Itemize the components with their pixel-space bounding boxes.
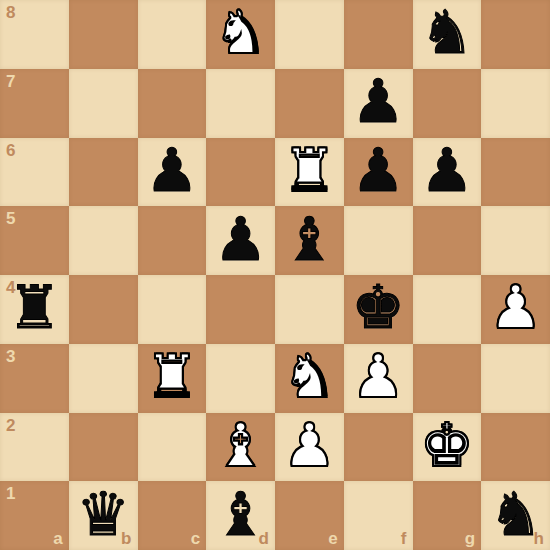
white-bishop-icon[interactable]: ♝	[214, 415, 268, 475]
square-d6[interactable]	[206, 138, 275, 207]
square-f4[interactable]: ♚	[344, 275, 413, 344]
black-knight-icon[interactable]: ♞	[489, 484, 543, 544]
square-f6[interactable]: ♟	[344, 138, 413, 207]
rank-label-5: 5	[6, 210, 15, 227]
black-pawn-icon[interactable]: ♟	[214, 209, 268, 269]
white-knight-icon[interactable]: ♞	[214, 2, 268, 62]
square-e5[interactable]: ♝	[275, 206, 344, 275]
square-h4[interactable]: ♟	[481, 275, 550, 344]
square-f3[interactable]: ♟	[344, 344, 413, 413]
square-d2[interactable]: ♝	[206, 413, 275, 482]
square-a1[interactable]: 1a	[0, 481, 69, 550]
square-g7[interactable]	[413, 69, 482, 138]
rank-label-7: 7	[6, 73, 15, 90]
square-f2[interactable]	[344, 413, 413, 482]
square-b2[interactable]	[69, 413, 138, 482]
square-g3[interactable]	[413, 344, 482, 413]
file-label-a: a	[53, 530, 62, 547]
white-king-icon[interactable]: ♚	[420, 415, 474, 475]
square-e4[interactable]	[275, 275, 344, 344]
black-rook-icon[interactable]: ♜	[7, 277, 61, 337]
square-e2[interactable]: ♟	[275, 413, 344, 482]
square-e8[interactable]	[275, 0, 344, 69]
square-c3[interactable]: ♜	[138, 344, 207, 413]
square-e6[interactable]: ♜	[275, 138, 344, 207]
square-f7[interactable]: ♟	[344, 69, 413, 138]
square-d7[interactable]	[206, 69, 275, 138]
square-d3[interactable]	[206, 344, 275, 413]
square-b7[interactable]	[69, 69, 138, 138]
square-c4[interactable]	[138, 275, 207, 344]
square-a3[interactable]: 3	[0, 344, 69, 413]
square-b3[interactable]	[69, 344, 138, 413]
square-h6[interactable]	[481, 138, 550, 207]
square-b6[interactable]	[69, 138, 138, 207]
square-h3[interactable]	[481, 344, 550, 413]
file-label-e: e	[328, 530, 337, 547]
square-g6[interactable]: ♟	[413, 138, 482, 207]
square-b5[interactable]	[69, 206, 138, 275]
rank-label-3: 3	[6, 348, 15, 365]
file-label-g: g	[465, 530, 475, 547]
square-f8[interactable]	[344, 0, 413, 69]
square-a7[interactable]: 7	[0, 69, 69, 138]
square-b8[interactable]	[69, 0, 138, 69]
black-queen-icon[interactable]: ♛	[76, 484, 130, 544]
rank-label-8: 8	[6, 4, 15, 21]
square-b1[interactable]: b♛	[69, 481, 138, 550]
rank-label-2: 2	[6, 417, 15, 434]
black-king-icon[interactable]: ♚	[351, 277, 405, 337]
rank-label-6: 6	[6, 142, 15, 159]
square-d5[interactable]: ♟	[206, 206, 275, 275]
square-c7[interactable]	[138, 69, 207, 138]
square-h5[interactable]	[481, 206, 550, 275]
chess-board: 8♞♞7♟6♟♜♟♟5♟♝4♜♚♟3♜♞♟2♝♟♚1ab♛cd♝efgh♞	[0, 0, 550, 550]
square-h8[interactable]	[481, 0, 550, 69]
square-f5[interactable]	[344, 206, 413, 275]
white-rook-icon[interactable]: ♜	[145, 346, 199, 406]
square-c2[interactable]	[138, 413, 207, 482]
square-c5[interactable]	[138, 206, 207, 275]
white-rook-icon[interactable]: ♜	[282, 140, 336, 200]
square-d4[interactable]	[206, 275, 275, 344]
black-bishop-icon[interactable]: ♝	[282, 209, 336, 269]
square-c8[interactable]	[138, 0, 207, 69]
black-pawn-icon[interactable]: ♟	[351, 71, 405, 131]
white-pawn-icon[interactable]: ♟	[282, 415, 336, 475]
black-pawn-icon[interactable]: ♟	[145, 140, 199, 200]
board-grid: 8♞♞7♟6♟♜♟♟5♟♝4♜♚♟3♜♞♟2♝♟♚1ab♛cd♝efgh♞	[0, 0, 550, 550]
white-knight-icon[interactable]: ♞	[282, 346, 336, 406]
square-d8[interactable]: ♞	[206, 0, 275, 69]
black-knight-icon[interactable]: ♞	[420, 2, 474, 62]
square-g4[interactable]	[413, 275, 482, 344]
square-a8[interactable]: 8	[0, 0, 69, 69]
square-e3[interactable]: ♞	[275, 344, 344, 413]
square-g5[interactable]	[413, 206, 482, 275]
square-a2[interactable]: 2	[0, 413, 69, 482]
square-c6[interactable]: ♟	[138, 138, 207, 207]
white-pawn-icon[interactable]: ♟	[489, 277, 543, 337]
square-e7[interactable]	[275, 69, 344, 138]
black-pawn-icon[interactable]: ♟	[420, 140, 474, 200]
square-a6[interactable]: 6	[0, 138, 69, 207]
square-f1[interactable]: f	[344, 481, 413, 550]
square-a4[interactable]: 4♜	[0, 275, 69, 344]
square-b4[interactable]	[69, 275, 138, 344]
square-e1[interactable]: e	[275, 481, 344, 550]
square-h7[interactable]	[481, 69, 550, 138]
square-d1[interactable]: d♝	[206, 481, 275, 550]
square-c1[interactable]: c	[138, 481, 207, 550]
square-g8[interactable]: ♞	[413, 0, 482, 69]
square-g1[interactable]: g	[413, 481, 482, 550]
black-bishop-icon[interactable]: ♝	[214, 484, 268, 544]
square-h1[interactable]: h♞	[481, 481, 550, 550]
square-g2[interactable]: ♚	[413, 413, 482, 482]
white-pawn-icon[interactable]: ♟	[351, 346, 405, 406]
file-label-c: c	[191, 530, 200, 547]
rank-label-1: 1	[6, 485, 15, 502]
square-a5[interactable]: 5	[0, 206, 69, 275]
black-pawn-icon[interactable]: ♟	[351, 140, 405, 200]
square-h2[interactable]	[481, 413, 550, 482]
file-label-f: f	[401, 530, 407, 547]
